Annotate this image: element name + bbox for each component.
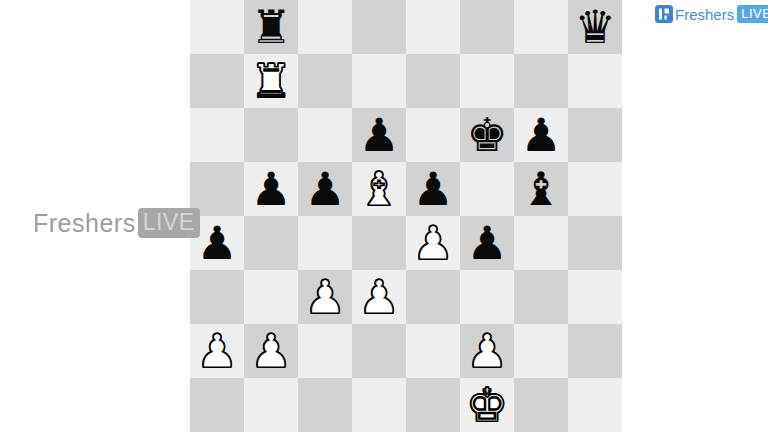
square-e7[interactable] — [406, 54, 460, 108]
white-king[interactable]: ♚ — [460, 378, 514, 432]
square-b2[interactable]: ♟ — [244, 324, 298, 378]
square-g6[interactable]: ♟ — [514, 108, 568, 162]
square-c3[interactable]: ♟ — [298, 270, 352, 324]
watermark-top-right-brand-text: Freshers — [675, 6, 734, 23]
square-h6[interactable] — [568, 108, 622, 162]
square-g3[interactable] — [514, 270, 568, 324]
square-f4[interactable]: ♟ — [460, 216, 514, 270]
white-pawn[interactable]: ♟ — [406, 216, 460, 270]
square-a8[interactable] — [190, 0, 244, 54]
square-e5[interactable]: ♟ — [406, 162, 460, 216]
black-pawn[interactable]: ♟ — [514, 108, 568, 162]
black-queen[interactable]: ♛ — [568, 0, 622, 54]
square-a1[interactable] — [190, 378, 244, 432]
square-h2[interactable] — [568, 324, 622, 378]
black-pawn[interactable]: ♟ — [244, 162, 298, 216]
square-f1[interactable]: ♚ — [460, 378, 514, 432]
square-f6[interactable]: ♚ — [460, 108, 514, 162]
square-g2[interactable] — [514, 324, 568, 378]
square-c4[interactable] — [298, 216, 352, 270]
square-b5[interactable]: ♟ — [244, 162, 298, 216]
square-g5[interactable]: ♝ — [514, 162, 568, 216]
square-g8[interactable] — [514, 0, 568, 54]
square-c2[interactable] — [298, 324, 352, 378]
square-d3[interactable]: ♟ — [352, 270, 406, 324]
square-g1[interactable] — [514, 378, 568, 432]
fresherslive-logo-icon — [655, 5, 673, 23]
white-pawn[interactable]: ♟ — [244, 324, 298, 378]
black-king[interactable]: ♚ — [460, 108, 514, 162]
square-e4[interactable]: ♟ — [406, 216, 460, 270]
black-pawn[interactable]: ♟ — [406, 162, 460, 216]
square-b1[interactable] — [244, 378, 298, 432]
square-e2[interactable] — [406, 324, 460, 378]
square-e8[interactable] — [406, 0, 460, 54]
square-e3[interactable] — [406, 270, 460, 324]
white-bishop[interactable]: ♝ — [352, 162, 406, 216]
square-b3[interactable] — [244, 270, 298, 324]
square-a2[interactable]: ♟ — [190, 324, 244, 378]
square-d6[interactable]: ♟ — [352, 108, 406, 162]
square-b8[interactable]: ♜ — [244, 0, 298, 54]
black-pawn[interactable]: ♟ — [298, 162, 352, 216]
black-bishop[interactable]: ♝ — [514, 162, 568, 216]
white-pawn[interactable]: ♟ — [190, 324, 244, 378]
watermark-left-live-badge: LIVE — [138, 208, 200, 238]
square-e1[interactable] — [406, 378, 460, 432]
square-c6[interactable] — [298, 108, 352, 162]
square-f7[interactable] — [460, 54, 514, 108]
square-b4[interactable] — [244, 216, 298, 270]
square-d7[interactable] — [352, 54, 406, 108]
square-c7[interactable] — [298, 54, 352, 108]
square-g4[interactable] — [514, 216, 568, 270]
white-pawn[interactable]: ♟ — [460, 324, 514, 378]
watermark-top-right-live-badge: LIVE — [737, 5, 768, 23]
square-f3[interactable] — [460, 270, 514, 324]
square-f8[interactable] — [460, 0, 514, 54]
square-d1[interactable] — [352, 378, 406, 432]
square-h1[interactable] — [568, 378, 622, 432]
square-b6[interactable] — [244, 108, 298, 162]
square-h7[interactable] — [568, 54, 622, 108]
square-a3[interactable] — [190, 270, 244, 324]
square-d8[interactable] — [352, 0, 406, 54]
square-h8[interactable]: ♛ — [568, 0, 622, 54]
white-rook[interactable]: ♜ — [244, 54, 298, 108]
square-c5[interactable]: ♟ — [298, 162, 352, 216]
square-f5[interactable] — [460, 162, 514, 216]
square-e6[interactable] — [406, 108, 460, 162]
square-h4[interactable] — [568, 216, 622, 270]
black-rook[interactable]: ♜ — [244, 0, 298, 54]
watermark-left: FreshersLIVE — [33, 208, 200, 238]
square-d4[interactable] — [352, 216, 406, 270]
watermark-top-right: FreshersLIVE — [655, 5, 768, 23]
white-pawn[interactable]: ♟ — [352, 270, 406, 324]
square-a6[interactable] — [190, 108, 244, 162]
square-a7[interactable] — [190, 54, 244, 108]
watermark-left-brand-text: Freshers — [33, 209, 136, 238]
square-h3[interactable] — [568, 270, 622, 324]
square-d2[interactable] — [352, 324, 406, 378]
square-g7[interactable] — [514, 54, 568, 108]
black-pawn[interactable]: ♟ — [352, 108, 406, 162]
square-h5[interactable] — [568, 162, 622, 216]
white-pawn[interactable]: ♟ — [298, 270, 352, 324]
chess-board: ♜♛♜♟♚♟♟♟♝♟♝♟♟♟♟♟♟♟♟♚ — [190, 0, 622, 432]
black-pawn[interactable]: ♟ — [460, 216, 514, 270]
square-b7[interactable]: ♜ — [244, 54, 298, 108]
square-c1[interactable] — [298, 378, 352, 432]
square-d5[interactable]: ♝ — [352, 162, 406, 216]
square-f2[interactable]: ♟ — [460, 324, 514, 378]
square-c8[interactable] — [298, 0, 352, 54]
